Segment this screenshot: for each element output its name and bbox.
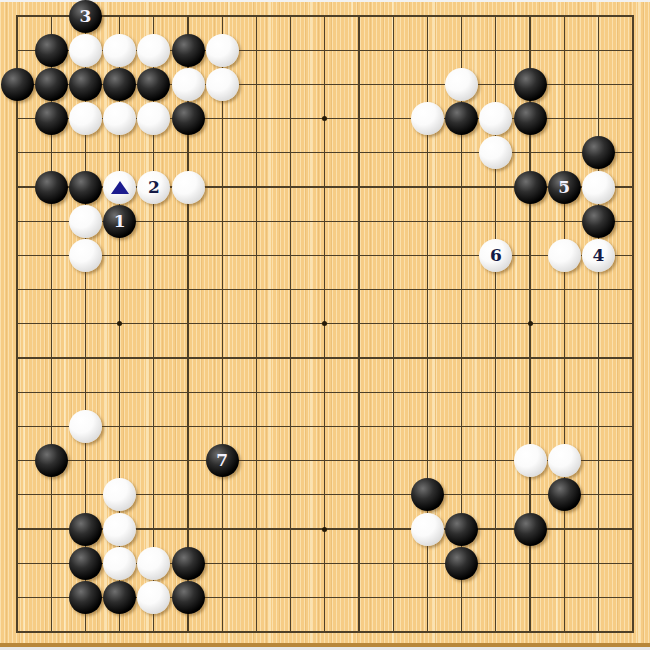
- black-stone[interactable]: [514, 513, 547, 546]
- black-stone[interactable]: [172, 581, 205, 614]
- white-stone[interactable]: [206, 34, 239, 67]
- white-stone[interactable]: [69, 239, 102, 272]
- black-stone[interactable]: [514, 171, 547, 204]
- white-stone[interactable]: [445, 68, 478, 101]
- black-stone[interactable]: [35, 171, 68, 204]
- white-stone[interactable]: [69, 102, 102, 135]
- white-stone[interactable]: [69, 34, 102, 67]
- black-stone[interactable]: [69, 547, 102, 580]
- triangle-marker-icon: [111, 181, 129, 194]
- black-stone[interactable]: [69, 171, 102, 204]
- move-number-label: 4: [592, 247, 604, 264]
- black-stone[interactable]: [514, 102, 547, 135]
- white-stone[interactable]: [411, 513, 444, 546]
- black-stone[interactable]: [548, 478, 581, 511]
- black-stone[interactable]: [35, 102, 68, 135]
- move-number-label: 3: [79, 8, 91, 25]
- white-stone[interactable]: [69, 410, 102, 443]
- grid-line-vertical-16: [564, 15, 565, 633]
- black-stone[interactable]: [137, 68, 170, 101]
- black-stone[interactable]: [411, 478, 444, 511]
- black-stone[interactable]: [69, 513, 102, 546]
- white-stone[interactable]: [548, 239, 581, 272]
- black-stone[interactable]: [514, 68, 547, 101]
- white-stone[interactable]: [103, 171, 136, 204]
- grid-line-horizontal-18: [16, 631, 634, 633]
- white-stone[interactable]: [172, 171, 205, 204]
- black-stone[interactable]: [582, 136, 615, 169]
- white-stone[interactable]: [137, 34, 170, 67]
- black-stone[interactable]: 7: [206, 444, 239, 477]
- star-point: [528, 321, 533, 326]
- move-number-label: 6: [490, 247, 502, 264]
- white-stone[interactable]: [103, 102, 136, 135]
- white-stone[interactable]: [582, 171, 615, 204]
- move-number-label: 7: [216, 452, 228, 469]
- black-stone[interactable]: [35, 444, 68, 477]
- move-number-label: 5: [558, 179, 570, 196]
- black-stone[interactable]: [172, 34, 205, 67]
- black-stone[interactable]: [445, 513, 478, 546]
- black-stone[interactable]: [103, 68, 136, 101]
- black-stone[interactable]: [445, 547, 478, 580]
- black-stone[interactable]: [445, 102, 478, 135]
- white-stone[interactable]: [103, 34, 136, 67]
- move-number-label: 2: [148, 179, 160, 196]
- black-stone[interactable]: [1, 68, 34, 101]
- black-stone[interactable]: 1: [103, 205, 136, 238]
- white-stone[interactable]: [411, 102, 444, 135]
- grid-line-horizontal-12: [16, 426, 634, 427]
- white-stone[interactable]: [137, 581, 170, 614]
- black-stone[interactable]: [69, 581, 102, 614]
- white-stone[interactable]: [206, 68, 239, 101]
- white-stone[interactable]: [69, 205, 102, 238]
- grid-line-vertical-10: [358, 15, 359, 633]
- white-stone[interactable]: 4: [582, 239, 615, 272]
- white-stone[interactable]: 6: [479, 239, 512, 272]
- grid-line-horizontal-10: [16, 357, 634, 358]
- black-stone[interactable]: [172, 547, 205, 580]
- white-stone[interactable]: [548, 444, 581, 477]
- white-stone[interactable]: [137, 547, 170, 580]
- black-stone[interactable]: [103, 581, 136, 614]
- black-stone[interactable]: [172, 102, 205, 135]
- grid-line-vertical-17: [598, 15, 599, 633]
- black-stone[interactable]: [582, 205, 615, 238]
- white-stone[interactable]: [514, 444, 547, 477]
- go-game-screenshot: 3251647: [0, 0, 650, 650]
- black-stone[interactable]: [35, 68, 68, 101]
- white-stone[interactable]: [172, 68, 205, 101]
- grid-line-vertical-18: [632, 15, 634, 633]
- white-stone[interactable]: [103, 513, 136, 546]
- black-stone[interactable]: 3: [69, 0, 102, 33]
- white-stone[interactable]: 2: [137, 171, 170, 204]
- black-stone[interactable]: [69, 68, 102, 101]
- black-stone[interactable]: 5: [548, 171, 581, 204]
- grid-line-horizontal-11: [16, 392, 634, 393]
- black-stone[interactable]: [35, 34, 68, 67]
- white-stone[interactable]: [103, 547, 136, 580]
- star-point: [322, 527, 327, 532]
- grid-line-vertical-11: [393, 15, 394, 633]
- move-number-label: 1: [114, 213, 126, 230]
